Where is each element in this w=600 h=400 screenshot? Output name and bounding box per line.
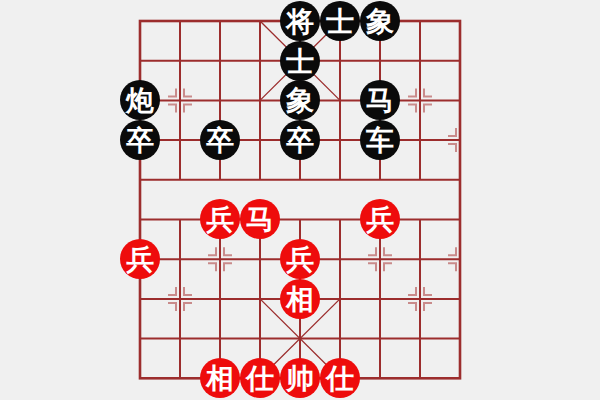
black-advisor[interactable]: 士 xyxy=(280,41,320,81)
red-soldier-glyph: 兵 xyxy=(126,246,154,274)
black-elephant-glyph: 象 xyxy=(286,87,314,115)
black-cannon-glyph: 炮 xyxy=(126,87,154,115)
black-elephant[interactable]: 象 xyxy=(280,80,320,120)
red-soldier[interactable]: 兵 xyxy=(120,239,160,279)
black-elephant[interactable]: 象 xyxy=(360,1,400,41)
black-advisor-glyph: 士 xyxy=(286,48,314,76)
black-advisor-glyph: 士 xyxy=(326,8,354,36)
black-general[interactable]: 将 xyxy=(280,1,320,41)
red-soldier-glyph: 兵 xyxy=(366,206,394,234)
red-horse-glyph: 马 xyxy=(246,206,274,234)
red-elephant-glyph: 相 xyxy=(286,286,314,314)
black-soldier-glyph: 卒 xyxy=(286,127,314,155)
red-general[interactable]: 帅 xyxy=(280,358,320,398)
red-horse[interactable]: 马 xyxy=(240,199,280,239)
red-advisor-glyph: 仕 xyxy=(246,365,274,393)
red-elephant[interactable]: 相 xyxy=(280,279,320,319)
red-soldier-glyph: 兵 xyxy=(206,206,234,234)
black-cannon[interactable]: 炮 xyxy=(120,80,160,120)
red-advisor[interactable]: 仕 xyxy=(320,358,360,398)
black-horse-glyph: 马 xyxy=(366,87,394,115)
red-advisor-glyph: 仕 xyxy=(326,365,354,393)
red-general-glyph: 帅 xyxy=(286,365,314,393)
black-chariot[interactable]: 车 xyxy=(360,120,400,160)
red-soldier-glyph: 兵 xyxy=(286,246,314,274)
red-soldier[interactable]: 兵 xyxy=(200,199,240,239)
pieces-layer: 将士象士炮象马卒卒卒车兵马兵兵兵相相仕帅仕 xyxy=(120,1,480,398)
red-elephant-glyph: 相 xyxy=(206,365,234,393)
black-horse[interactable]: 马 xyxy=(360,80,400,120)
red-soldier[interactable]: 兵 xyxy=(280,239,320,279)
black-soldier[interactable]: 卒 xyxy=(200,120,240,160)
red-elephant[interactable]: 相 xyxy=(200,358,240,398)
black-soldier-glyph: 卒 xyxy=(206,127,234,155)
xiangqi-screenshot: 将士象士炮象马卒卒卒车兵马兵兵兵相相仕帅仕 xyxy=(0,0,600,400)
black-chariot-glyph: 车 xyxy=(366,127,394,155)
red-advisor[interactable]: 仕 xyxy=(240,358,280,398)
red-soldier[interactable]: 兵 xyxy=(360,199,400,239)
black-elephant-glyph: 象 xyxy=(366,8,394,36)
black-general-glyph: 将 xyxy=(286,8,314,36)
black-advisor[interactable]: 士 xyxy=(320,1,360,41)
black-soldier[interactable]: 卒 xyxy=(120,120,160,160)
black-soldier-glyph: 卒 xyxy=(126,127,154,155)
black-soldier[interactable]: 卒 xyxy=(280,120,320,160)
